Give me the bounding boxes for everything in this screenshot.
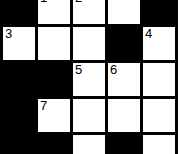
letter-cell-r4c5[interactable] <box>143 99 175 132</box>
letter-cell-r1c4[interactable] <box>108 0 140 24</box>
block-cell-r3c2 <box>38 63 70 96</box>
block-cell-r1c1 <box>3 0 35 24</box>
letter-cell-r3c5[interactable] <box>143 63 175 96</box>
clue-number: 4 <box>145 27 152 40</box>
letter-cell-r2c5[interactable]: 4 <box>143 27 175 60</box>
letter-cell-r5c3[interactable] <box>73 135 105 154</box>
clue-number: 1 <box>40 0 47 4</box>
clue-number: 7 <box>40 99 47 112</box>
block-cell-r5c2 <box>38 135 70 154</box>
block-cell-r2c4 <box>108 27 140 60</box>
letter-cell-r2c3[interactable] <box>73 27 105 60</box>
clue-number: 5 <box>75 63 82 76</box>
letter-cell-r5c5[interactable] <box>143 135 175 154</box>
letter-cell-r3c3[interactable]: 5 <box>73 63 105 96</box>
clue-number: 3 <box>5 27 12 40</box>
letter-cell-r3c4[interactable]: 6 <box>108 63 140 96</box>
block-cell-r4c1 <box>3 99 35 132</box>
letter-cell-r2c2[interactable] <box>38 27 70 60</box>
letter-cell-r1c3[interactable]: 2 <box>73 0 105 24</box>
block-cell-r5c1 <box>3 135 35 154</box>
block-cell-r1c5 <box>143 0 175 24</box>
letter-cell-r4c4[interactable] <box>108 99 140 132</box>
crossword-grid: 1234567 <box>0 0 178 154</box>
letter-cell-r2c1[interactable]: 3 <box>3 27 35 60</box>
letter-cell-r4c2[interactable]: 7 <box>38 99 70 132</box>
letter-cell-r4c3[interactable] <box>73 99 105 132</box>
block-cell-r5c4 <box>108 135 140 154</box>
clue-number: 2 <box>75 0 82 4</box>
crossword-screenshot: 1234567 <box>0 0 180 154</box>
block-cell-r3c1 <box>3 63 35 96</box>
letter-cell-r1c2[interactable]: 1 <box>38 0 70 24</box>
clue-number: 6 <box>110 63 117 76</box>
